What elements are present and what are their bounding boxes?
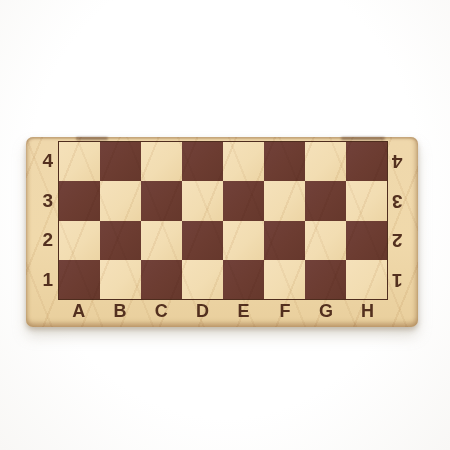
square-b3 [100,181,141,220]
rank-label-right-text: 2 [392,229,403,251]
hinge-shadow-right [341,137,385,140]
rank-label-right-text: 3 [392,190,403,212]
rank-label-right-2: 2 [388,221,418,261]
square-e2 [223,221,264,260]
square-c2 [141,221,182,260]
square-b2 [100,221,141,260]
rank-label-right-text: 1 [392,269,403,291]
square-a1 [59,260,100,299]
product-photo: 4321 4321 ABCDEFGH [0,0,450,450]
rank-label-left-2: 2 [26,221,58,261]
square-f4 [264,142,305,181]
square-e4 [223,142,264,181]
square-h1 [346,260,387,299]
square-b1 [100,260,141,299]
square-g4 [305,142,346,181]
rank-label-left-1: 1 [26,260,58,300]
square-f1 [264,260,305,299]
square-e1 [223,260,264,299]
square-a4 [59,142,100,181]
square-d3 [182,181,223,220]
square-c4 [141,142,182,181]
file-labels-bottom: ABCDEFGH [58,300,388,327]
square-e3 [223,181,264,220]
square-c1 [141,260,182,299]
rank-label-left-4: 4 [26,141,58,181]
square-d2 [182,221,223,260]
square-a2 [59,221,100,260]
square-c3 [141,181,182,220]
rank-label-right-text: 4 [392,150,403,172]
rank-label-right-1: 1 [388,260,418,300]
rank-labels-right: 4321 [388,141,418,300]
square-g2 [305,221,346,260]
square-d1 [182,260,223,299]
rank-label-right-3: 3 [388,181,418,221]
file-label-d: D [182,300,223,327]
square-f3 [264,181,305,220]
board-grid [58,141,388,300]
rank-label-right-4: 4 [388,141,418,181]
file-label-c: C [141,300,182,327]
square-b4 [100,142,141,181]
rank-labels-left: 4321 [26,141,58,300]
file-label-f: F [264,300,305,327]
square-h3 [346,181,387,220]
file-label-g: G [306,300,347,327]
file-label-a: A [58,300,99,327]
file-label-b: B [99,300,140,327]
chessboard: 4321 4321 ABCDEFGH [26,137,418,327]
rank-label-left-3: 3 [26,181,58,221]
square-a3 [59,181,100,220]
hinge-shadow-left [76,137,108,140]
square-g1 [305,260,346,299]
square-h4 [346,142,387,181]
square-g3 [305,181,346,220]
square-h2 [346,221,387,260]
file-label-e: E [223,300,264,327]
square-f2 [264,221,305,260]
square-d4 [182,142,223,181]
file-label-h: H [347,300,388,327]
